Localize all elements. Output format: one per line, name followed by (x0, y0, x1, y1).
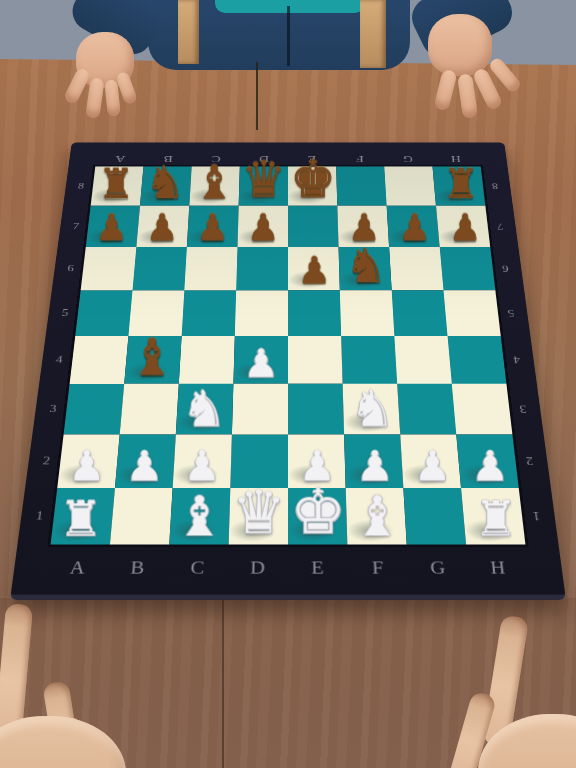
file-label-far-a: A (96, 148, 146, 164)
file-label-far-b: B (144, 148, 193, 164)
square-h4[interactable] (448, 336, 507, 384)
square-d8[interactable]: ♛ (239, 167, 288, 206)
square-a6[interactable] (81, 247, 137, 290)
square-g8[interactable] (384, 167, 436, 206)
board-frame: ABCDEFGH ABCDEFGH 87654321 87654321 ♜♞♝♛… (10, 142, 566, 600)
square-b2[interactable]: ♟ (115, 434, 176, 487)
piece-white-knight-c3[interactable]: ♞ (181, 384, 226, 432)
square-d1[interactable]: ♛ (229, 488, 288, 545)
piece-white-pawn-a2[interactable]: ♟ (68, 446, 105, 485)
opponent-collar (215, 0, 365, 13)
piece-white-queen-d1[interactable]: ♛ (231, 485, 285, 542)
square-d3[interactable] (232, 384, 288, 435)
table-seam (222, 600, 224, 768)
square-c6[interactable] (184, 247, 237, 290)
square-d5[interactable] (235, 290, 288, 336)
piece-black-pawn-e6[interactable]: ♟ (297, 253, 330, 288)
square-c4[interactable] (179, 336, 235, 384)
piece-black-knight-b8[interactable]: ♞ (145, 162, 185, 204)
square-d4[interactable]: ♟ (233, 336, 288, 384)
file-label-far-h: H (431, 148, 481, 164)
square-e7[interactable] (288, 206, 339, 247)
piece-black-pawn-h7[interactable]: ♟ (448, 211, 481, 246)
board-grid: ♜♞♝♛♚♜♟♟♟♟♟♟♟♟♞♝♟♞♞♟♟♟♟♟♟♟♜♝♛♚♝♜ (51, 167, 526, 545)
square-g7[interactable]: ♟ (387, 206, 440, 247)
square-e8[interactable]: ♚ (288, 167, 337, 206)
file-label-near-e: E (288, 557, 348, 579)
file-labels-near: ABCDEFGH (46, 550, 531, 586)
square-h5[interactable] (444, 290, 501, 336)
square-c5[interactable] (182, 290, 237, 336)
square-e5[interactable] (288, 290, 341, 336)
rank-label-left-2: 2 (30, 434, 63, 487)
square-h7[interactable]: ♟ (436, 206, 490, 247)
square-f4[interactable] (341, 336, 397, 384)
square-g5[interactable] (392, 290, 448, 336)
chess-app-scene: ABCDEFGH ABCDEFGH 87654321 87654321 ♜♞♝♛… (0, 0, 576, 768)
opponent-jacket-lapel (287, 6, 290, 66)
piece-white-pawn-g2[interactable]: ♟ (413, 446, 450, 485)
square-d7[interactable]: ♟ (237, 206, 288, 247)
square-c7[interactable]: ♟ (187, 206, 239, 247)
square-b6[interactable] (132, 247, 186, 290)
hanging-cord (256, 62, 258, 130)
piece-black-rook-a8[interactable]: ♜ (97, 166, 133, 204)
square-b8[interactable]: ♞ (140, 167, 192, 206)
square-e4[interactable] (288, 336, 343, 384)
square-f1[interactable]: ♝ (346, 488, 407, 545)
square-h1[interactable]: ♜ (461, 488, 525, 545)
file-label-far-g: G (383, 148, 432, 164)
rank-label-right-6: 6 (491, 247, 520, 290)
rank-label-right-1: 1 (520, 488, 554, 545)
square-a3[interactable] (64, 384, 125, 435)
square-g6[interactable] (389, 247, 443, 290)
file-label-near-f: F (348, 557, 409, 579)
square-c3[interactable]: ♞ (176, 384, 234, 435)
square-a4[interactable] (70, 336, 129, 384)
square-a8[interactable]: ♜ (91, 167, 144, 206)
square-e1[interactable]: ♚ (288, 488, 347, 545)
file-label-near-a: A (47, 557, 109, 579)
opponent-tie-left (178, 0, 199, 64)
square-f8[interactable] (336, 167, 386, 206)
piece-white-knight-f3[interactable]: ♞ (349, 384, 394, 432)
piece-white-pawn-f2[interactable]: ♟ (356, 446, 393, 485)
piece-white-pawn-b2[interactable]: ♟ (125, 446, 162, 485)
file-label-far-c: C (192, 148, 241, 164)
square-g1[interactable] (403, 488, 466, 545)
piece-white-bishop-f1[interactable]: ♝ (352, 489, 402, 542)
square-a7[interactable]: ♟ (86, 206, 140, 247)
rank-label-right-8: 8 (481, 167, 508, 206)
square-a5[interactable] (75, 290, 132, 336)
square-c1[interactable]: ♝ (169, 488, 230, 545)
square-b7[interactable]: ♟ (136, 206, 189, 247)
file-label-far-f: F (336, 148, 385, 164)
piece-black-knight-f6[interactable]: ♞ (345, 244, 387, 288)
piece-white-pawn-h2[interactable]: ♟ (471, 446, 508, 485)
piece-black-pawn-c7[interactable]: ♟ (196, 211, 229, 246)
file-labels-far: ABCDEFGH (96, 148, 481, 164)
file-label-near-b: B (107, 557, 169, 579)
chessboard-3d: ABCDEFGH ABCDEFGH 87654321 87654321 ♜♞♝♛… (10, 142, 566, 600)
square-h8[interactable]: ♜ (433, 167, 486, 206)
square-e3[interactable] (288, 384, 344, 435)
opponent-tie-right (360, 0, 386, 68)
square-g4[interactable] (394, 336, 451, 384)
piece-black-bishop-b4[interactable]: ♝ (129, 333, 175, 381)
piece-black-pawn-g7[interactable]: ♟ (398, 211, 431, 246)
square-f3[interactable]: ♞ (343, 384, 401, 435)
square-f5[interactable] (340, 290, 395, 336)
file-label-near-g: G (407, 557, 469, 579)
file-label-near-h: H (467, 557, 529, 579)
square-g3[interactable] (397, 384, 456, 435)
square-a2[interactable]: ♟ (57, 434, 119, 487)
file-label-far-e: E (288, 148, 336, 164)
square-b1[interactable] (110, 488, 173, 545)
square-h3[interactable] (452, 384, 513, 435)
piece-white-rook-a1[interactable]: ♜ (59, 496, 103, 542)
rank-label-right-3: 3 (507, 384, 539, 435)
square-h2[interactable]: ♟ (456, 434, 518, 487)
piece-black-bishop-c8[interactable]: ♝ (193, 160, 234, 204)
piece-black-pawn-a7[interactable]: ♟ (95, 211, 128, 246)
square-a1[interactable]: ♜ (51, 488, 115, 545)
square-f2[interactable]: ♟ (344, 434, 403, 487)
piece-black-rook-h8[interactable]: ♜ (442, 166, 478, 204)
rank-label-right-4: 4 (502, 336, 533, 384)
rank-label-right-2: 2 (513, 434, 546, 487)
square-c8[interactable]: ♝ (189, 167, 239, 206)
piece-white-bishop-c1[interactable]: ♝ (174, 489, 224, 542)
square-h6[interactable] (440, 247, 496, 290)
rank-label-right-5: 5 (496, 290, 526, 336)
piece-black-pawn-d7[interactable]: ♟ (246, 211, 279, 246)
square-b4[interactable]: ♝ (124, 336, 181, 384)
square-d6[interactable] (236, 247, 288, 290)
piece-white-rook-h1[interactable]: ♜ (474, 496, 518, 542)
piece-white-king-e1[interactable]: ♚ (290, 483, 346, 542)
piece-white-pawn-c2[interactable]: ♟ (183, 446, 220, 485)
square-f6[interactable]: ♞ (339, 247, 392, 290)
file-label-near-c: C (167, 557, 228, 579)
file-label-near-d: D (228, 557, 288, 579)
square-b3[interactable] (120, 384, 179, 435)
square-e6[interactable]: ♟ (288, 247, 340, 290)
piece-white-pawn-d4[interactable]: ♟ (243, 344, 278, 381)
square-c2[interactable]: ♟ (173, 434, 232, 487)
rank-label-right-7: 7 (486, 206, 514, 247)
square-g2[interactable]: ♟ (400, 434, 461, 487)
file-label-far-d: D (240, 148, 288, 164)
piece-black-pawn-b7[interactable]: ♟ (145, 211, 178, 246)
